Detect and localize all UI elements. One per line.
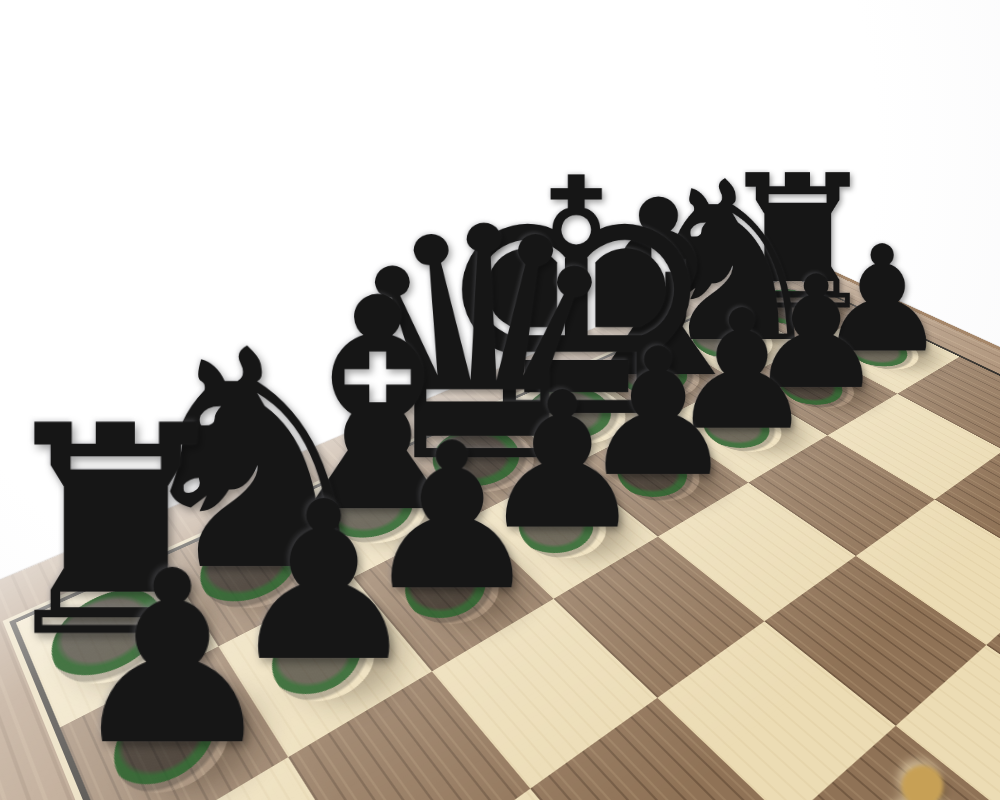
chess-board: ♜♞♝♛♚♝♞♜♟♟♟♟♟♟♟♟♟ xyxy=(0,248,1000,800)
photo-scene: ♜♞♝♛♚♝♞♜♟♟♟♟♟♟♟♟♟ xyxy=(0,0,1000,800)
piece-white-pawn-partial: ♟ xyxy=(805,735,1000,800)
photo-frame: ♜♞♝♛♚♝♞♜♟♟♟♟♟♟♟♟♟ xyxy=(0,0,1000,800)
